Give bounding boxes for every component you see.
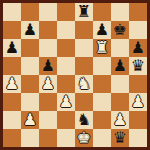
square-h5[interactable]: ♛ [129,57,147,75]
square-a1[interactable] [3,129,21,147]
square-e2[interactable]: ♞ [75,111,93,129]
square-f4[interactable] [93,75,111,93]
square-g4[interactable] [111,75,129,93]
square-h8[interactable] [129,3,147,21]
square-h3[interactable]: ♟ [129,93,147,111]
square-e3[interactable] [75,93,93,111]
piece-white-knight[interactable]: ♞ [77,75,91,93]
square-c3[interactable] [39,93,57,111]
square-g8[interactable] [111,3,129,21]
square-d4[interactable] [57,75,75,93]
square-d8[interactable] [57,3,75,21]
square-d2[interactable] [57,111,75,129]
piece-white-pawn[interactable]: ♟ [59,93,73,111]
square-d1[interactable] [57,129,75,147]
square-a6[interactable]: ♟ [3,39,21,57]
piece-black-pawn[interactable]: ♟ [95,21,109,39]
square-a4[interactable]: ♟ [3,75,21,93]
square-e4[interactable]: ♞ [75,75,93,93]
piece-black-knight[interactable]: ♞ [77,111,91,129]
square-e1[interactable]: ♚ [75,129,93,147]
square-h1[interactable] [129,129,147,147]
square-f3[interactable] [93,93,111,111]
square-f8[interactable] [93,3,111,21]
square-c4[interactable]: ♟ [39,75,57,93]
square-h4[interactable] [129,75,147,93]
piece-black-pawn[interactable]: ♟ [113,57,127,75]
square-b8[interactable] [21,3,39,21]
square-b4[interactable] [21,75,39,93]
square-b7[interactable]: ♟ [21,21,39,39]
piece-black-pawn[interactable]: ♟ [41,57,55,75]
square-e5[interactable] [75,57,93,75]
square-g1[interactable]: ♛ [111,129,129,147]
chess-board: ♜♟♟♚♟♜♟♟♟♛♟♟♞♟♟♟♞♟♚♛ [3,3,147,147]
piece-black-rook[interactable]: ♜ [77,3,91,21]
square-h6[interactable]: ♟ [129,39,147,57]
square-e8[interactable]: ♜ [75,3,93,21]
square-f5[interactable] [93,57,111,75]
square-a2[interactable] [3,111,21,129]
square-f1[interactable] [93,129,111,147]
square-d3[interactable]: ♟ [57,93,75,111]
square-c2[interactable] [39,111,57,129]
piece-white-pawn[interactable]: ♟ [23,111,37,129]
square-a8[interactable] [3,3,21,21]
piece-white-pawn[interactable]: ♟ [131,93,145,111]
piece-white-pawn[interactable]: ♟ [113,111,127,129]
square-f7[interactable]: ♟ [93,21,111,39]
square-c8[interactable] [39,3,57,21]
square-f6[interactable]: ♜ [93,39,111,57]
piece-white-rook[interactable]: ♜ [95,39,109,57]
square-b5[interactable] [21,57,39,75]
piece-black-pawn[interactable]: ♟ [131,39,145,57]
piece-white-king[interactable]: ♚ [77,129,91,147]
chess-board-frame: ♜♟♟♚♟♜♟♟♟♛♟♟♞♟♟♟♞♟♚♛ [0,0,150,150]
square-f2[interactable] [93,111,111,129]
piece-white-pawn[interactable]: ♟ [41,75,55,93]
piece-black-king[interactable]: ♚ [113,21,127,39]
square-c6[interactable] [39,39,57,57]
square-h2[interactable] [129,111,147,129]
square-b1[interactable] [21,129,39,147]
square-d5[interactable] [57,57,75,75]
square-h7[interactable] [129,21,147,39]
square-g5[interactable]: ♟ [111,57,129,75]
piece-black-pawn[interactable]: ♟ [23,21,37,39]
square-e7[interactable] [75,21,93,39]
square-g6[interactable] [111,39,129,57]
square-g7[interactable]: ♚ [111,21,129,39]
piece-black-queen[interactable]: ♛ [131,57,145,75]
square-b3[interactable] [21,93,39,111]
square-c1[interactable] [39,129,57,147]
square-d7[interactable] [57,21,75,39]
square-b2[interactable]: ♟ [21,111,39,129]
square-g3[interactable] [111,93,129,111]
piece-white-pawn[interactable]: ♟ [5,75,19,93]
piece-black-pawn[interactable]: ♟ [5,39,19,57]
square-a7[interactable] [3,21,21,39]
square-g2[interactable]: ♟ [111,111,129,129]
square-d6[interactable] [57,39,75,57]
piece-black-queen[interactable]: ♛ [113,129,127,147]
square-b6[interactable] [21,39,39,57]
square-a3[interactable] [3,93,21,111]
square-c5[interactable]: ♟ [39,57,57,75]
square-c7[interactable] [39,21,57,39]
square-e6[interactable] [75,39,93,57]
square-a5[interactable] [3,57,21,75]
